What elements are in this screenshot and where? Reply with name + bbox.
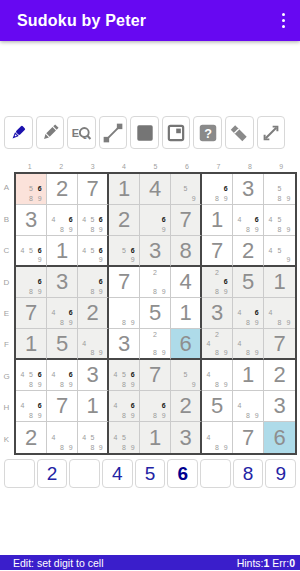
candidates: 689 — [18, 268, 44, 296]
candidate-8: 8 — [213, 194, 222, 203]
cell-H2[interactable]: 7 — [47, 391, 78, 422]
cell-value: 2 — [109, 205, 139, 235]
candidate-9: 9 — [97, 442, 105, 452]
candidate-8: 8 — [244, 318, 253, 327]
candidate-8: 8 — [275, 194, 284, 203]
candidate-5: 5 — [88, 215, 96, 224]
candidate-6: 6 — [35, 184, 44, 193]
candidate-9: 9 — [221, 194, 230, 203]
candidate-8: 8 — [213, 442, 222, 452]
cell-C1[interactable]: 4569 — [16, 236, 47, 267]
cell-G5[interactable]: 7 — [140, 360, 171, 391]
app-title: Sudoku by Peter — [17, 12, 146, 30]
col-label-7: 7 — [203, 156, 234, 170]
cell-F7[interactable]: 2489 — [202, 329, 233, 360]
overflow-menu-button[interactable] — [278, 0, 290, 41]
candidate-8: 8 — [244, 225, 253, 234]
candidate-9: 9 — [97, 287, 105, 296]
cell-K2[interactable]: 489 — [47, 422, 78, 453]
cell-H1[interactable]: 4689 — [16, 391, 47, 422]
candidate-4: 4 — [111, 433, 120, 443]
candidate-5: 5 — [88, 433, 96, 443]
cell-B2[interactable]: 4689 — [47, 205, 78, 236]
cell-F4[interactable]: 3 — [109, 329, 140, 360]
cell-E7[interactable]: 3 — [202, 298, 233, 329]
cell-C6[interactable]: 8 — [171, 236, 202, 267]
digit-key-6[interactable]: 6 — [167, 459, 198, 488]
cell-K8[interactable]: 7 — [233, 422, 264, 453]
candidate-9: 9 — [159, 287, 168, 296]
cell-value: 1 — [233, 360, 263, 390]
eraser-icon — [228, 122, 250, 144]
candidates: 489 — [80, 330, 105, 357]
cell-value: 4 — [140, 174, 170, 204]
cell-F8[interactable]: 489 — [233, 329, 264, 360]
candidate-9: 9 — [284, 225, 293, 234]
cell-H6[interactable]: 2 — [171, 391, 202, 422]
candidate-9: 9 — [66, 442, 75, 452]
candidate-9: 9 — [252, 411, 261, 420]
cell-C7[interactable]: 7 — [202, 236, 233, 267]
candidate-9: 9 — [35, 411, 44, 420]
candidate-9: 9 — [35, 255, 44, 264]
col-label-4: 4 — [108, 156, 139, 170]
candidates: 5689 — [18, 175, 44, 203]
candidate-8: 8 — [58, 318, 67, 327]
cell-value: 3 — [47, 267, 77, 297]
candidates: 689 — [142, 392, 168, 420]
cell-E6[interactable]: 1 — [171, 298, 202, 329]
candidate-9: 9 — [66, 318, 75, 327]
cell-K3[interactable]: 4589 — [78, 422, 109, 453]
cell-value: 3 — [171, 422, 200, 453]
cell-F2[interactable]: 5 — [47, 329, 78, 360]
candidate-9: 9 — [159, 348, 168, 357]
candidate-6: 6 — [159, 215, 168, 224]
candidate-8: 8 — [151, 287, 160, 296]
candidates: 4689 — [111, 392, 137, 420]
cell-value: 1 — [109, 174, 139, 204]
candidate-8: 8 — [88, 348, 96, 357]
candidates: 45689 — [111, 361, 137, 389]
candidate-6: 6 — [35, 370, 44, 379]
candidates: 459 — [266, 237, 293, 264]
candidate-4: 4 — [235, 339, 244, 348]
candidate-4: 4 — [111, 401, 120, 410]
cell-F3[interactable]: 489 — [78, 329, 109, 360]
row-labels: ABCDEFGHK — [0, 172, 13, 455]
digit-key-8[interactable]: 8 — [233, 459, 264, 488]
pen-icon — [7, 122, 29, 144]
cell-H9[interactable]: 3 — [264, 391, 295, 422]
candidate-4: 4 — [18, 370, 27, 379]
candidate-4: 4 — [204, 339, 213, 348]
candidates: 289 — [142, 330, 168, 357]
candidate-9: 9 — [159, 411, 168, 420]
status-bar: Edit: set digit to cell Hints:1 Err:0 — [0, 555, 300, 570]
candidate-4: 4 — [80, 433, 88, 443]
pen-tool-button[interactable] — [4, 116, 33, 149]
candidate-4: 4 — [18, 246, 27, 255]
cell-K9[interactable]: 6 — [264, 422, 295, 453]
candidates: 4689 — [18, 392, 44, 420]
candidate-9: 9 — [284, 194, 293, 203]
cell-K5[interactable]: 1 — [140, 422, 171, 453]
candidate-8: 8 — [58, 442, 67, 452]
candidate-4: 4 — [235, 308, 244, 317]
cell-D6[interactable]: 4 — [171, 267, 202, 298]
col-label-6: 6 — [171, 156, 202, 170]
candidate-9: 9 — [128, 442, 137, 452]
cell-F1[interactable]: 1 — [16, 329, 47, 360]
digit-key-3[interactable] — [69, 459, 100, 488]
candidate-4: 4 — [49, 433, 58, 443]
candidate-9: 9 — [221, 442, 230, 452]
candidate-8: 8 — [58, 380, 67, 389]
candidate-6: 6 — [97, 246, 105, 255]
candidate-9: 9 — [66, 225, 75, 234]
line-tool-button[interactable] — [99, 116, 128, 149]
digit-key-4[interactable]: 4 — [102, 459, 133, 488]
cell-H5[interactable]: 689 — [140, 391, 171, 422]
candidate-5: 5 — [120, 370, 129, 379]
cell-B8[interactable]: 4689 — [233, 205, 264, 236]
candidate-8: 8 — [151, 411, 160, 420]
candidate-6: 6 — [35, 401, 44, 410]
candidate-5: 5 — [120, 246, 129, 255]
row-label-C: C — [0, 235, 13, 266]
cell-value: 2 — [16, 422, 46, 453]
cell-B5[interactable]: 69 — [140, 205, 171, 236]
candidates: 4689 — [49, 206, 75, 234]
candidates: 489 — [204, 423, 230, 452]
cell-E2[interactable]: 4689 — [47, 298, 78, 329]
candidate-8: 8 — [27, 194, 36, 203]
cell-B1[interactable]: 3 — [16, 205, 47, 236]
cell-H8[interactable]: 489 — [233, 391, 264, 422]
candidate-9: 9 — [97, 348, 105, 357]
cell-E5[interactable]: 5 — [140, 298, 171, 329]
cell-value: 3 — [202, 298, 232, 328]
candidate-9: 9 — [221, 348, 230, 357]
cell-A9[interactable]: 589 — [264, 174, 295, 205]
candidates: 489 — [235, 330, 261, 357]
cell-value: 5 — [140, 298, 170, 328]
candidates: 4689 — [235, 206, 261, 234]
candidates: 4569 — [18, 237, 44, 264]
mode-status-text: Edit: set digit to cell — [13, 557, 103, 569]
cell-G7[interactable]: 489 — [202, 360, 233, 391]
digit-key-1[interactable] — [4, 459, 35, 488]
fill-square-tool-button[interactable] — [130, 116, 159, 149]
cell-value: 1 — [171, 298, 200, 328]
candidates: 489 — [266, 299, 293, 327]
candidate-4: 4 — [266, 246, 275, 255]
cell-D7[interactable]: 2689 — [202, 267, 233, 298]
candidate-9: 9 — [128, 255, 137, 264]
candidate-5: 5 — [181, 184, 189, 193]
cell-value: 3 — [264, 391, 295, 421]
candidates: 489 — [49, 423, 75, 452]
candidate-6: 6 — [128, 246, 137, 255]
candidates: 45689 — [18, 361, 44, 389]
cell-value: 5 — [47, 329, 77, 358]
candidate-6: 6 — [221, 184, 230, 193]
cell-G6[interactable]: 59 — [171, 360, 202, 391]
col-label-3: 3 — [77, 156, 108, 170]
col-label-9: 9 — [266, 156, 297, 170]
cell-A5[interactable]: 4 — [140, 174, 171, 205]
digit-key-2[interactable]: 2 — [37, 459, 68, 488]
candidate-4: 4 — [80, 339, 88, 348]
candidate-6: 6 — [128, 401, 137, 410]
candidates: 489 — [204, 361, 230, 389]
digit-bar: 245689 — [4, 459, 296, 488]
cell-value: 1 — [78, 391, 107, 421]
candidate-5: 5 — [27, 246, 36, 255]
cell-A2[interactable]: 2 — [47, 174, 78, 205]
candidate-6: 6 — [66, 308, 75, 317]
cell-G4[interactable]: 45689 — [109, 360, 140, 391]
col-label-1: 1 — [14, 156, 45, 170]
cell-value: 8 — [171, 236, 200, 265]
cell-value: 7 — [78, 174, 107, 204]
cell-G9[interactable]: 2 — [264, 360, 295, 391]
cell-H4[interactable]: 4689 — [109, 391, 140, 422]
candidate-4: 4 — [49, 370, 58, 379]
candidate-9: 9 — [97, 225, 105, 234]
cell-value: 7 — [264, 329, 295, 358]
cell-B7[interactable]: 1 — [202, 205, 233, 236]
sudoku-grid: 5689271459689358934689456892697146894589… — [14, 172, 297, 455]
expand-tool-button[interactable] — [257, 116, 286, 149]
cell-value: 2 — [47, 174, 77, 204]
candidate-8: 8 — [275, 318, 284, 327]
candidate-8: 8 — [88, 442, 96, 452]
candidates: 4689 — [49, 361, 75, 389]
candidate-9: 9 — [128, 411, 137, 420]
toolbar: EQ ? — [4, 116, 285, 149]
cell-value: 1 — [140, 422, 170, 453]
pencil-tool-button[interactable] — [36, 116, 65, 149]
cell-value: 7 — [16, 298, 46, 328]
candidate-8: 8 — [120, 411, 129, 420]
cell-E3[interactable]: 2 — [78, 298, 109, 329]
candidate-8: 8 — [88, 287, 96, 296]
candidates: 489 — [235, 392, 261, 420]
candidates: 69 — [142, 206, 168, 234]
row-label-K: K — [0, 424, 13, 455]
candidate-6: 6 — [66, 370, 75, 379]
candidates: 45689 — [80, 206, 105, 234]
cell-value: 3 — [109, 329, 139, 358]
cell-value: 2 — [78, 298, 107, 328]
candidate-4: 4 — [266, 308, 275, 317]
cell-D2[interactable]: 3 — [47, 267, 78, 298]
candidates: 4589 — [266, 206, 293, 234]
help-tool-button[interactable]: ? — [193, 116, 222, 149]
cell-G1[interactable]: 45689 — [16, 360, 47, 391]
row-label-H: H — [0, 392, 13, 423]
candidate-4: 4 — [204, 433, 213, 443]
candidates: 4689 — [235, 299, 261, 327]
candidate-5: 5 — [275, 184, 284, 193]
cell-A4[interactable]: 1 — [109, 174, 140, 205]
line-icon — [102, 122, 124, 144]
candidate-4: 4 — [18, 401, 27, 410]
row-label-D: D — [0, 266, 13, 297]
candidate-9: 9 — [252, 348, 261, 357]
candidate-5: 5 — [181, 370, 189, 379]
candidate-6: 6 — [97, 277, 105, 286]
candidate-4: 4 — [80, 215, 88, 224]
cell-D9[interactable]: 1 — [264, 267, 295, 298]
candidate-2: 2 — [213, 268, 222, 277]
row-label-B: B — [0, 203, 13, 234]
candidate-8: 8 — [213, 348, 222, 357]
candidates: 2689 — [204, 268, 230, 296]
cell-D3[interactable]: 689 — [78, 267, 109, 298]
candidates: 4589 — [80, 423, 105, 452]
cell-value: 3 — [16, 205, 46, 235]
cell-F9[interactable]: 7 — [264, 329, 295, 360]
candidate-6: 6 — [66, 215, 75, 224]
candidate-8: 8 — [151, 348, 160, 357]
candidates: 4569 — [80, 237, 105, 264]
cell-K4[interactable]: 4589 — [109, 422, 140, 453]
cell-G8[interactable]: 1 — [233, 360, 264, 391]
cell-H7[interactable]: 5 — [202, 391, 233, 422]
cell-G2[interactable]: 4689 — [47, 360, 78, 391]
candidate-9: 9 — [35, 287, 44, 296]
search-tool-button[interactable]: EQ — [67, 116, 96, 149]
cell-value: 2 — [233, 236, 263, 265]
cell-A6[interactable]: 59 — [171, 174, 202, 205]
candidate-9: 9 — [221, 380, 230, 389]
cell-B4[interactable]: 2 — [109, 205, 140, 236]
candidate-8: 8 — [27, 411, 36, 420]
app-bar: Sudoku by Peter — [0, 0, 300, 41]
question-icon: ? — [197, 122, 219, 144]
cell-value: 5 — [202, 391, 232, 421]
cell-C8[interactable]: 2 — [233, 236, 264, 267]
candidate-9: 9 — [252, 318, 261, 327]
candidate-6: 6 — [35, 246, 44, 255]
cell-K1[interactable]: 2 — [16, 422, 47, 453]
candidate-9: 9 — [128, 318, 137, 327]
digit-key-9[interactable]: 9 — [265, 459, 296, 488]
candidate-9: 9 — [190, 380, 198, 389]
candidate-8: 8 — [275, 225, 284, 234]
cell-value: 3 — [233, 174, 263, 204]
candidate-9: 9 — [284, 255, 293, 264]
cell-D1[interactable]: 689 — [16, 267, 47, 298]
candidate-8: 8 — [120, 318, 129, 327]
cell-A3[interactable]: 7 — [78, 174, 109, 205]
cell-E4[interactable]: 89 — [109, 298, 140, 329]
candidate-4: 4 — [266, 215, 275, 224]
cell-C3[interactable]: 4569 — [78, 236, 109, 267]
candidate-8: 8 — [213, 380, 222, 389]
cell-D8[interactable]: 5 — [233, 267, 264, 298]
candidate-4: 4 — [204, 370, 213, 379]
cell-value: 1 — [264, 267, 295, 297]
cell-C5[interactable]: 3 — [140, 236, 171, 267]
candidate-4: 4 — [235, 215, 244, 224]
cell-B3[interactable]: 45689 — [78, 205, 109, 236]
cell-value: 1 — [16, 329, 46, 358]
cell-H3[interactable]: 1 — [78, 391, 109, 422]
cell-value: 7 — [233, 422, 263, 453]
candidate-9: 9 — [66, 380, 75, 389]
cell-D5[interactable]: 289 — [140, 267, 171, 298]
candidate-5: 5 — [275, 246, 284, 255]
pencil-icon — [39, 122, 61, 144]
candidate-2: 2 — [213, 330, 222, 339]
candidate-8: 8 — [58, 225, 67, 234]
candidates: 59 — [173, 361, 198, 389]
candidates: 289 — [142, 268, 168, 296]
cell-value: 1 — [202, 205, 232, 235]
candidate-8: 8 — [27, 287, 36, 296]
cell-C4[interactable]: 569 — [109, 236, 140, 267]
expand-arrows-icon — [260, 122, 282, 144]
cell-value: 7 — [47, 391, 77, 421]
cell-value: 4 — [171, 267, 200, 297]
svg-text:?: ? — [204, 126, 212, 140]
candidate-9: 9 — [159, 225, 168, 234]
cell-C9[interactable]: 459 — [264, 236, 295, 267]
cell-value: 7 — [140, 360, 170, 390]
candidates: 689 — [204, 175, 230, 203]
digit-key-5[interactable]: 5 — [135, 459, 166, 488]
cell-G3[interactable]: 3 — [78, 360, 109, 391]
digit-key-7[interactable] — [200, 459, 231, 488]
corner-mark-tool-button[interactable] — [162, 116, 191, 149]
cell-B6[interactable]: 7 — [171, 205, 202, 236]
cell-K6[interactable]: 3 — [171, 422, 202, 453]
cell-A7[interactable]: 689 — [202, 174, 233, 205]
candidate-8: 8 — [244, 411, 253, 420]
cell-F6[interactable]: 6 — [171, 329, 202, 360]
candidate-5: 5 — [27, 370, 36, 379]
candidates: 59 — [173, 175, 198, 203]
cell-C2[interactable]: 1 — [47, 236, 78, 267]
cell-E9[interactable]: 489 — [264, 298, 295, 329]
candidates: 589 — [266, 175, 293, 203]
row-label-E: E — [0, 298, 13, 329]
cell-A8[interactable]: 3 — [233, 174, 264, 205]
cell-D4[interactable]: 7 — [109, 267, 140, 298]
candidate-6: 6 — [128, 370, 137, 379]
candidate-9: 9 — [128, 380, 137, 389]
search-eq-icon: EQ — [70, 122, 92, 144]
cell-B9[interactable]: 4589 — [264, 205, 295, 236]
candidate-5: 5 — [275, 215, 284, 224]
candidate-9: 9 — [284, 318, 293, 327]
cell-value: 7 — [109, 267, 139, 297]
cell-F5[interactable]: 289 — [140, 329, 171, 360]
cell-K7[interactable]: 489 — [202, 422, 233, 453]
eraser-tool-button[interactable] — [225, 116, 254, 149]
cell-value: 1 — [47, 236, 77, 265]
cell-E8[interactable]: 4689 — [233, 298, 264, 329]
cell-E1[interactable]: 7 — [16, 298, 47, 329]
candidate-9: 9 — [35, 194, 44, 203]
cell-A1[interactable]: 5689 — [16, 174, 47, 205]
row-label-A: A — [0, 172, 13, 203]
candidate-6: 6 — [252, 308, 261, 317]
